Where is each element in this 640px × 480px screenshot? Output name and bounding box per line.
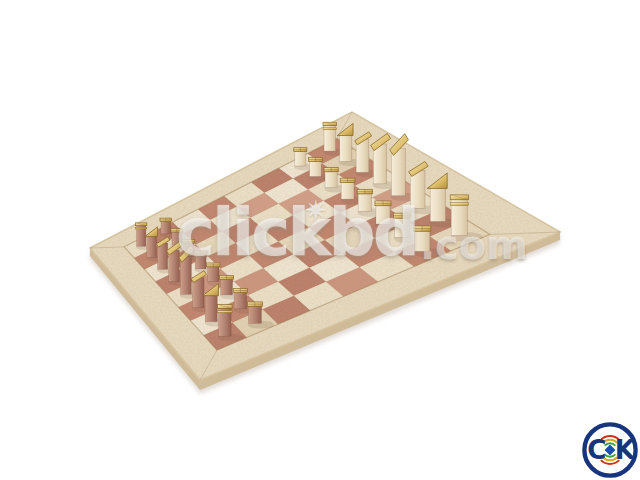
clickbd-logo: C K [581, 421, 639, 479]
logo-letter-k: K [615, 435, 636, 465]
logo-letter-c: C [587, 435, 606, 465]
chess-board [0, 0, 640, 480]
product-photo: clickbd.com ✷ C K [0, 0, 640, 480]
